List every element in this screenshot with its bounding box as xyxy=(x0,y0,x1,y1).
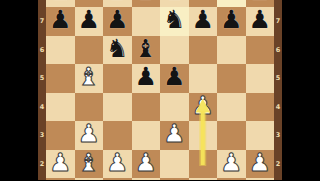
rank-label-7-right: 7 xyxy=(274,17,282,25)
square-c2: ♟ xyxy=(103,150,132,179)
square-e5: ♟ xyxy=(160,64,189,93)
square-f2 xyxy=(189,150,218,179)
square-a1: ♜ xyxy=(46,178,75,180)
square-c5 xyxy=(103,64,132,93)
white-pawn-b3: ♟ xyxy=(78,120,100,149)
square-g5 xyxy=(217,64,246,93)
square-f3 xyxy=(189,121,218,150)
square-f7: ♟ xyxy=(189,7,218,36)
square-d6: ♝ xyxy=(132,36,161,65)
rank-label-7-left: 7 xyxy=(38,17,46,25)
white-pawn-h2: ♟ xyxy=(249,148,271,177)
white-pawn-a2: ♟ xyxy=(49,148,71,177)
square-a6 xyxy=(46,36,75,65)
square-e4 xyxy=(160,93,189,122)
square-b5: ♝ xyxy=(75,64,104,93)
square-c4 xyxy=(103,93,132,122)
letterbox-right xyxy=(282,0,320,180)
square-h1: ♜ xyxy=(246,178,275,180)
square-f1 xyxy=(189,178,218,180)
square-d3 xyxy=(132,121,161,150)
white-bishop-b2: ♝ xyxy=(78,148,100,177)
square-d2: ♟ xyxy=(132,150,161,179)
video-frame: ♜♝♛♚♜♟♟♟♞♟♟♟♞♝♝♟♟♟♟♟♟♝♟♟♟♟♜♞♛♚♞♜ 7766554… xyxy=(0,0,320,180)
square-e6 xyxy=(160,36,189,65)
white-knight-g1: ♞ xyxy=(220,177,242,181)
rank-label-2-left: 2 xyxy=(38,160,46,168)
rank-label-3-right: 3 xyxy=(274,131,282,139)
square-h6 xyxy=(246,36,275,65)
square-g1: ♞ xyxy=(217,178,246,180)
square-g3 xyxy=(217,121,246,150)
square-f6 xyxy=(189,36,218,65)
white-pawn-c2: ♟ xyxy=(106,148,128,177)
square-h2: ♟ xyxy=(246,150,275,179)
square-b6 xyxy=(75,36,104,65)
square-d8: ♛ xyxy=(132,0,161,7)
rank-label-5-right: 5 xyxy=(274,74,282,82)
white-queen-d1: ♛ xyxy=(135,177,157,181)
black-pawn-d5: ♟ xyxy=(135,63,157,92)
white-pawn-d2: ♟ xyxy=(135,148,157,177)
square-f5 xyxy=(189,64,218,93)
rank-label-6-left: 6 xyxy=(38,46,46,54)
square-a5 xyxy=(46,64,75,93)
black-pawn-h7: ♟ xyxy=(249,6,271,35)
white-pawn-f4: ♟ xyxy=(192,91,214,120)
rank-label-5-left: 5 xyxy=(38,74,46,82)
square-h4 xyxy=(246,93,275,122)
square-b2: ♝ xyxy=(75,150,104,179)
square-g7: ♟ xyxy=(217,7,246,36)
rank-label-4-left: 4 xyxy=(38,103,46,111)
square-a4 xyxy=(46,93,75,122)
square-d4 xyxy=(132,93,161,122)
chess-board: ♜♝♛♚♜♟♟♟♞♟♟♟♞♝♝♟♟♟♟♟♟♝♟♟♟♟♜♞♛♚♞♜ 7766554… xyxy=(38,0,282,180)
black-bishop-d6: ♝ xyxy=(135,34,157,63)
square-h7: ♟ xyxy=(246,7,275,36)
black-knight-c6: ♞ xyxy=(106,34,128,63)
square-e3: ♟ xyxy=(160,121,189,150)
black-knight-e7: ♞ xyxy=(163,6,185,35)
square-c7: ♟ xyxy=(103,7,132,36)
black-pawn-f7: ♟ xyxy=(192,6,214,35)
white-rook-a1: ♜ xyxy=(49,177,71,181)
square-d5: ♟ xyxy=(132,64,161,93)
square-d7 xyxy=(132,7,161,36)
white-knight-b1: ♞ xyxy=(78,177,100,181)
square-d1: ♛ xyxy=(132,178,161,180)
black-pawn-c7: ♟ xyxy=(106,6,128,35)
black-pawn-a7: ♟ xyxy=(49,6,71,35)
square-e7: ♞ xyxy=(160,7,189,36)
square-h5 xyxy=(246,64,275,93)
square-b7: ♟ xyxy=(75,7,104,36)
black-pawn-b7: ♟ xyxy=(78,6,100,35)
white-rook-h1: ♜ xyxy=(249,177,271,181)
rank-label-6-right: 6 xyxy=(274,46,282,54)
square-c1 xyxy=(103,178,132,180)
black-queen-d8: ♛ xyxy=(135,0,157,6)
square-b4 xyxy=(75,93,104,122)
square-a2: ♟ xyxy=(46,150,75,179)
board-squares: ♜♝♛♚♜♟♟♟♞♟♟♟♞♝♝♟♟♟♟♟♟♝♟♟♟♟♜♞♛♚♞♜ xyxy=(46,0,274,180)
letterbox-left xyxy=(0,0,38,180)
square-g4 xyxy=(217,93,246,122)
square-c6: ♞ xyxy=(103,36,132,65)
square-a7: ♟ xyxy=(46,7,75,36)
white-bishop-b5: ♝ xyxy=(78,63,100,92)
square-g2: ♟ xyxy=(217,150,246,179)
rank-label-4-right: 4 xyxy=(274,103,282,111)
square-f4: ♟ xyxy=(189,93,218,122)
white-pawn-g2: ♟ xyxy=(220,148,242,177)
black-pawn-g7: ♟ xyxy=(220,6,242,35)
square-g6 xyxy=(217,36,246,65)
square-b1: ♞ xyxy=(75,178,104,180)
square-h3 xyxy=(246,121,275,150)
rank-label-3-left: 3 xyxy=(38,131,46,139)
square-e2 xyxy=(160,150,189,179)
rank-label-2-right: 2 xyxy=(274,160,282,168)
white-pawn-e3: ♟ xyxy=(163,120,185,149)
square-c3 xyxy=(103,121,132,150)
black-pawn-e5: ♟ xyxy=(163,63,185,92)
white-king-e1: ♚ xyxy=(163,177,185,181)
square-a3 xyxy=(46,121,75,150)
square-b3: ♟ xyxy=(75,121,104,150)
square-e1: ♚ xyxy=(160,178,189,180)
